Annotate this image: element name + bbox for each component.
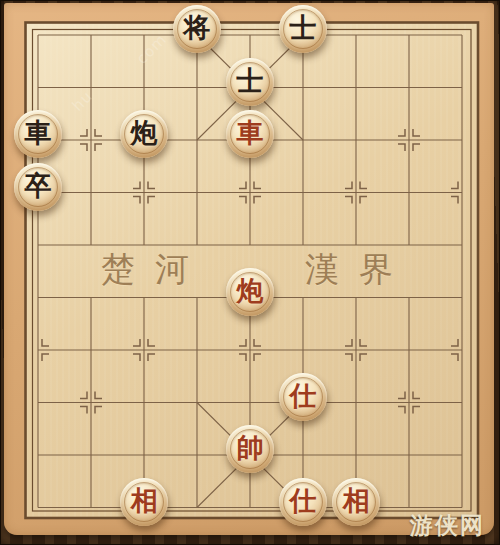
piece-label: 帥 bbox=[226, 425, 274, 471]
piece-label: 炮 bbox=[226, 268, 274, 314]
piece-仕-red[interactable]: 仕 bbox=[279, 478, 327, 526]
piece-label: 卒 bbox=[14, 163, 62, 209]
watermark-site-logo: 游侠网 bbox=[410, 510, 485, 541]
piece-label: 士 bbox=[279, 5, 327, 51]
river-label-han-jie: 漢界 bbox=[305, 251, 413, 287]
piece-相-red[interactable]: 相 bbox=[120, 478, 168, 526]
piece-label: 相 bbox=[332, 478, 380, 524]
piece-label: 車 bbox=[14, 110, 62, 156]
piece-炮-red[interactable]: 炮 bbox=[226, 268, 274, 316]
piece-卒-black[interactable]: 卒 bbox=[14, 163, 62, 211]
piece-仕-red[interactable]: 仕 bbox=[279, 373, 327, 421]
piece-車-red[interactable]: 車 bbox=[226, 110, 274, 158]
piece-label: 仕 bbox=[279, 373, 327, 419]
piece-label: 炮 bbox=[120, 110, 168, 156]
piece-帥-red[interactable]: 帥 bbox=[226, 425, 274, 473]
piece-label: 車 bbox=[226, 110, 274, 156]
river-label-chu-he: 楚河 bbox=[101, 251, 209, 287]
piece-将-black[interactable]: 将 bbox=[173, 5, 221, 53]
piece-label: 仕 bbox=[279, 478, 327, 524]
piece-相-red[interactable]: 相 bbox=[332, 478, 380, 526]
piece-炮-black[interactable]: 炮 bbox=[120, 110, 168, 158]
piece-label: 士 bbox=[226, 58, 274, 104]
piece-label: 将 bbox=[173, 5, 221, 51]
piece-士-black[interactable]: 士 bbox=[226, 58, 274, 106]
xiangqi-game-screenshot: 楚河 漢界 将士士車炮車卒炮仕帥相仕相 hu com 游侠网 bbox=[0, 0, 500, 545]
piece-車-black[interactable]: 車 bbox=[14, 110, 62, 158]
piece-label: 相 bbox=[120, 478, 168, 524]
piece-士-black[interactable]: 士 bbox=[279, 5, 327, 53]
